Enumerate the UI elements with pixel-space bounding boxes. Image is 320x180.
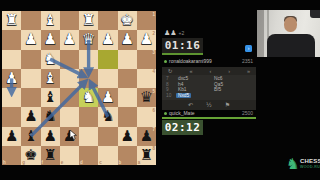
black-pawn[interactable]: ♟ [21,107,40,126]
square-f5[interactable]: ♝ [41,88,60,107]
black-move[interactable]: Nc6 [214,76,223,81]
square-a4[interactable]: 4 [137,69,156,88]
square-f6[interactable]: ♞ [41,107,60,126]
logo-subtitle: WOOD.RU [300,165,320,169]
player-rating: 2500 [242,110,253,117]
square-g2[interactable]: ♟ [21,30,40,49]
square-e8[interactable]: e [60,146,79,165]
draw-offer-icon[interactable]: ½ [206,100,212,109]
white-bishop[interactable]: ♝ [41,11,60,30]
white-move[interactable]: Nxd5 [176,93,191,98]
square-a1[interactable]: 1 [137,11,156,30]
square-c4[interactable] [98,69,117,88]
online-dot [164,60,167,63]
file-label-c: c [99,160,102,165]
white-rook[interactable]: ♜ [79,11,98,30]
white-queen[interactable]: ♛ [79,30,98,49]
move-rows: 7dxc5Nc68h4Qa59Kb1Bf510Nxd5 [162,75,256,100]
black-queen[interactable]: ♛ [137,88,156,107]
square-f2[interactable]: ♟ [41,30,60,49]
chesswood-logo: ♞ CHESS WOOD.RU [286,155,320,175]
player-row: quick_Mate 2500 [162,110,256,117]
opponent-time-bar [162,53,203,55]
square-d7[interactable] [79,127,98,146]
white-knight[interactable]: ♞ [41,50,60,69]
webcam-wall-shadow [257,10,264,57]
square-a2[interactable]: ♟2 [137,30,156,49]
white-move[interactable]: h4 [178,82,183,87]
square-c8[interactable]: c [98,146,117,165]
first-move-icon[interactable]: « [190,67,193,75]
streamer-head [284,17,297,32]
square-e2[interactable]: ♟ [60,30,79,49]
file-label-h: h [3,160,6,165]
move-list: ↻«‹›» 7dxc5Nc68h4Qa59Kb1Bf510Nxd5 ↶½⚑ [162,67,256,110]
square-h3[interactable] [2,50,21,69]
square-h7[interactable]: ♟ [2,127,21,146]
knight-logo-icon: ♞ [286,155,299,173]
square-c7[interactable] [98,127,117,146]
black-knight[interactable]: ♞ [41,107,60,126]
square-d8[interactable]: d [79,146,98,165]
white-pawn[interactable]: ♟ [98,30,117,49]
file-label-e: e [61,160,64,165]
square-d4[interactable] [79,69,98,88]
cycle-icon[interactable]: ↻ [168,67,173,75]
square-b6[interactable] [118,107,137,126]
player-time-bar [162,117,256,119]
square-d2[interactable]: ♛ [79,30,98,49]
square-f3[interactable]: ♞ [41,50,60,69]
square-h6[interactable] [2,107,21,126]
black-pawn[interactable]: ♟ [2,127,21,146]
square-c2[interactable]: ♟ [98,30,117,49]
last-move-icon[interactable]: » [247,67,250,75]
file-label-d: d [80,160,83,165]
board-grid: ♜♝♜♚1♟♟♟♛♟♟♟2♞3♟♝4♝♞♟♛5♟♞♞6♟♝♟♟♟♟7h♚g♜fe… [2,11,156,165]
white-move[interactable]: Kb1 [178,87,187,92]
chess-board: ♜♝♜♚1♟♟♟♛♟♟♟2♞3♟♝4♝♞♟♛5♟♞♞6♟♝♟♟♟♟7h♚g♜fe… [2,11,156,165]
square-e3[interactable] [60,50,79,69]
online-dot [164,112,167,115]
stream-frame: ♜♝♜♚1♟♟♟♛♟♟♟2♞3♟♝4♝♞♟♛5♟♞♞6♟♝♟♟♟♟7h♚g♜fe… [0,0,320,180]
square-h8[interactable]: h [2,146,21,165]
opponent-row: ronaldoakarami999 2351 [162,58,256,65]
rank-label-4: 4 [152,69,155,74]
rank-label-6: 6 [152,108,155,113]
player-name[interactable]: quick_Mate [169,110,195,116]
logo-title: CHESS [300,158,320,164]
white-pawn[interactable]: ♟ [2,69,21,88]
last-move-highlight [98,50,117,69]
square-e4[interactable] [60,69,79,88]
opponent-clock: 01:16 [162,38,203,53]
game-panel: ♟♟+2 01:16 › ronaldoakarami999 2351 ↻«‹›… [162,0,256,180]
square-g8[interactable]: ♚g [21,146,40,165]
webcam-speaker [310,10,320,18]
white-pawn[interactable]: ♟ [60,30,79,49]
streamer-torso [267,34,315,57]
square-f1[interactable]: ♝ [41,11,60,30]
black-bishop[interactable]: ♝ [41,88,60,107]
square-c1[interactable] [98,11,117,30]
square-g7[interactable]: ♝ [21,127,40,146]
material-advantage: +2 [179,30,185,36]
square-c5[interactable]: ♟ [98,88,117,107]
mouse-cursor [70,130,78,140]
square-b1[interactable]: ♚ [118,11,137,30]
black-knight[interactable]: ♞ [98,107,117,126]
white-knight[interactable]: ♞ [79,88,98,107]
square-c3[interactable] [98,50,117,69]
square-h5[interactable] [2,88,21,107]
black-rook[interactable]: ♜ [41,146,60,165]
square-b4[interactable] [118,69,137,88]
square-g4[interactable] [21,69,40,88]
white-pawn[interactable]: ♟ [137,30,156,49]
resign-flag-icon[interactable]: ⚑ [225,100,230,109]
square-e5[interactable] [60,88,79,107]
white-pawn[interactable]: ♟ [98,88,117,107]
white-king[interactable]: ♚ [118,11,137,30]
square-a3[interactable]: 3 [137,50,156,69]
webcam-feed [257,10,320,57]
square-f7[interactable]: ♟ [41,127,60,146]
square-h2[interactable] [2,30,21,49]
square-d1[interactable]: ♜ [79,11,98,30]
square-b7[interactable]: ♟ [118,127,137,146]
square-f4[interactable]: ♝ [41,69,60,88]
square-d6[interactable] [79,107,98,126]
takeback-icon[interactable]: ↶ [188,100,193,109]
square-b8[interactable]: b [118,146,137,165]
white-rook[interactable]: ♜ [2,11,21,30]
square-g6[interactable]: ♟ [21,107,40,126]
next-move-icon[interactable]: › [228,67,230,75]
square-h1[interactable]: ♜ [2,11,21,30]
square-e6[interactable] [60,107,79,126]
opponent-rating: 2351 [242,58,253,65]
black-move[interactable]: Qa5 [214,82,223,87]
square-e1[interactable] [60,11,79,30]
white-move[interactable]: dxc5 [178,76,188,81]
rank-label-3: 3 [152,50,155,55]
white-pawn[interactable]: ♟ [41,30,60,49]
square-d5[interactable]: ♞ [79,88,98,107]
black-king[interactable]: ♚ [21,146,40,165]
blue-badge-icon[interactable]: › [245,45,252,52]
black-pawn[interactable]: ♟ [41,127,60,146]
square-b5[interactable] [118,88,137,107]
black-move[interactable]: Bf5 [214,87,221,92]
black-bishop[interactable]: ♝ [21,127,40,146]
black-pawn[interactable]: ♟ [137,127,156,146]
game-actions: ↶½⚑ [162,100,256,109]
square-b2[interactable]: ♟ [118,30,137,49]
square-h4[interactable]: ♟ [2,69,21,88]
white-pawn[interactable]: ♟ [21,30,40,49]
move-nav: ↻«‹›» [162,67,256,75]
player-clock: 02:12 [162,120,203,135]
black-rook[interactable]: ♜ [137,146,156,165]
square-f8[interactable]: ♜f [41,146,60,165]
square-c6[interactable]: ♞ [98,107,117,126]
file-label-b: b [119,160,122,165]
prev-move-icon[interactable]: ‹ [209,67,211,75]
opponent-name[interactable]: ronaldoakarami999 [169,58,212,64]
square-g1[interactable] [21,11,40,30]
rank-label-1: 1 [152,12,155,17]
square-a6[interactable]: 6 [137,107,156,126]
white-pawn[interactable]: ♟ [118,30,137,49]
move-row-10: 10Nxd5 [162,93,256,99]
square-a8[interactable]: ♜a8 [137,146,156,165]
white-bishop[interactable]: ♝ [41,69,60,88]
square-a7[interactable]: ♟7 [137,127,156,146]
black-pawn[interactable]: ♟ [118,127,137,146]
square-a5[interactable]: ♛5 [137,88,156,107]
square-g3[interactable] [21,50,40,69]
square-g5[interactable] [21,88,40,107]
square-d3[interactable] [79,50,98,69]
captured-pieces: ♟♟+2 [164,29,184,37]
square-b3[interactable] [118,50,137,69]
captured-pawn-icons: ♟♟ [164,29,177,37]
